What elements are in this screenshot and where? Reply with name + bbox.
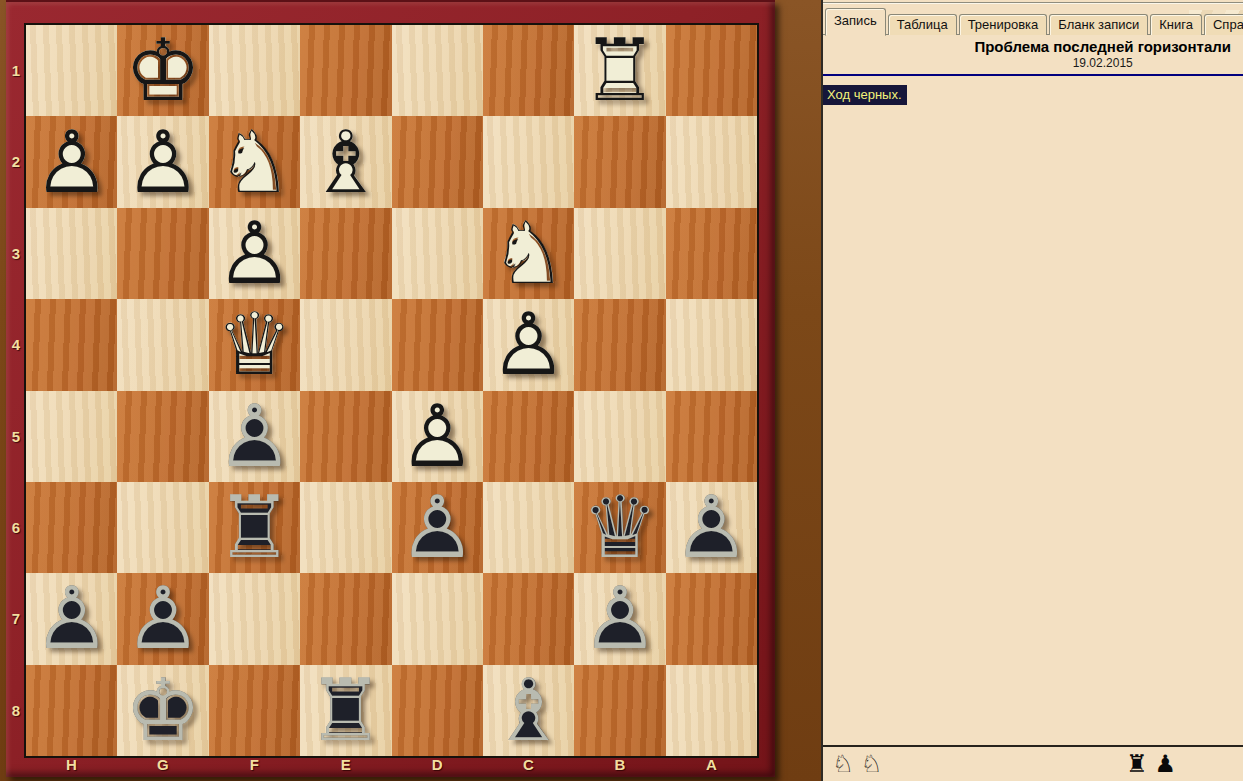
square-a2[interactable] (666, 116, 757, 207)
black-pawn[interactable]: ♟♙ (117, 573, 208, 664)
square-h6[interactable] (26, 482, 117, 573)
white-pawn[interactable]: ♟♙ (483, 299, 574, 390)
square-b7[interactable]: ♟♙ (574, 573, 665, 664)
square-e8[interactable]: ♜♖ (300, 665, 391, 756)
square-f7[interactable] (209, 573, 300, 664)
square-b8[interactable] (574, 665, 665, 756)
square-f1[interactable] (209, 25, 300, 116)
square-a6[interactable]: ♟♙ (666, 482, 757, 573)
square-d2[interactable] (392, 116, 483, 207)
white-rook[interactable]: ♜♖ (574, 25, 665, 116)
square-g2[interactable]: ♟♙ (117, 116, 208, 207)
tab-strip: ЗаписьТаблицаТренировкаБланк записиКнига… (823, 4, 1243, 35)
square-c5[interactable] (483, 391, 574, 482)
square-g6[interactable] (117, 482, 208, 573)
white-queen[interactable]: ♛♕ (209, 299, 300, 390)
game-header: Проблема последней горизонтали 19.02.201… (974, 38, 1231, 70)
square-f2[interactable]: ♞♘ (209, 116, 300, 207)
file-label-g: G (117, 754, 208, 775)
square-f6[interactable]: ♜♖ (209, 482, 300, 573)
square-h2[interactable]: ♟♙ (26, 116, 117, 207)
white-knight-icon: ♘ (861, 750, 883, 778)
file-label-a: A (666, 754, 757, 775)
notation-panel: ЗаписьТаблицаТренировкаБланк записиКнига… (821, 0, 1243, 781)
white-bishop[interactable]: ♝♗ (300, 116, 391, 207)
black-king[interactable]: ♚♔ (117, 665, 208, 756)
rank-label-4: 4 (6, 299, 26, 390)
square-e4[interactable] (300, 299, 391, 390)
white-king[interactable]: ♚♔ (117, 25, 208, 116)
tab-тренировка[interactable]: Тренировка (959, 14, 1048, 35)
rank-label-3: 3 (6, 208, 26, 299)
square-c8[interactable]: ♝♗ (483, 665, 574, 756)
tab-справочная[interactable]: Справочная (1204, 14, 1243, 35)
square-d8[interactable] (392, 665, 483, 756)
square-h8[interactable] (26, 665, 117, 756)
square-b4[interactable] (574, 299, 665, 390)
square-e6[interactable] (300, 482, 391, 573)
rank-label-6: 6 (6, 482, 26, 573)
rank-label-1: 1 (6, 25, 26, 116)
square-e5[interactable] (300, 391, 391, 482)
square-f8[interactable] (209, 665, 300, 756)
square-g4[interactable] (117, 299, 208, 390)
square-d7[interactable] (392, 573, 483, 664)
square-c7[interactable] (483, 573, 574, 664)
black-rook-icon: ♜ (1126, 750, 1148, 778)
white-knight[interactable]: ♞♘ (483, 208, 574, 299)
white-pawn[interactable]: ♟♙ (26, 116, 117, 207)
white-pawn[interactable]: ♟♙ (392, 391, 483, 482)
square-a5[interactable] (666, 391, 757, 482)
square-a4[interactable] (666, 299, 757, 390)
black-pawn[interactable]: ♟♙ (209, 391, 300, 482)
square-e1[interactable] (300, 25, 391, 116)
black-queen[interactable]: ♛♕ (574, 482, 665, 573)
rank-label-8: 8 (6, 665, 26, 756)
square-g5[interactable] (117, 391, 208, 482)
rank-label-5: 5 (6, 391, 26, 482)
white-knight[interactable]: ♞♘ (209, 116, 300, 207)
file-label-c: C (483, 754, 574, 775)
square-b3[interactable] (574, 208, 665, 299)
square-b6[interactable]: ♛♕ (574, 482, 665, 573)
square-e7[interactable] (300, 573, 391, 664)
square-c3[interactable]: ♞♘ (483, 208, 574, 299)
square-d6[interactable]: ♟♙ (392, 482, 483, 573)
file-label-f: F (209, 754, 300, 775)
square-b2[interactable] (574, 116, 665, 207)
square-d1[interactable] (392, 25, 483, 116)
square-c1[interactable] (483, 25, 574, 116)
tab-книга[interactable]: Книга (1150, 14, 1202, 35)
white-pawn[interactable]: ♟♙ (117, 116, 208, 207)
chess-board[interactable]: ♚♔♜♖♟♙♟♙♞♘♝♗♟♙♞♘♛♕♟♙♟♙♟♙♜♖♟♙♛♕♟♙♟♙♟♙♟♙♚♔… (26, 25, 757, 756)
square-c6[interactable] (483, 482, 574, 573)
board-area: ♚♔♜♖♟♙♟♙♞♘♝♗♟♙♞♘♛♕♟♙♟♙♟♙♜♖♟♙♛♕♟♙♟♙♟♙♟♙♚♔… (0, 0, 822, 781)
black-pawn-icon: ♟ (1155, 750, 1177, 778)
tab-бланк-записи[interactable]: Бланк записи (1049, 14, 1148, 35)
square-h3[interactable] (26, 208, 117, 299)
black-pawn[interactable]: ♟♙ (574, 573, 665, 664)
puzzle-title: Проблема последней горизонтали (974, 38, 1231, 55)
square-d3[interactable] (392, 208, 483, 299)
rank-label-7: 7 (6, 573, 26, 664)
white-knight-icon: ♘ (832, 750, 854, 778)
square-h4[interactable] (26, 299, 117, 390)
square-a8[interactable] (666, 665, 757, 756)
black-rook[interactable]: ♜♖ (300, 665, 391, 756)
square-d5[interactable]: ♟♙ (392, 391, 483, 482)
black-pawn[interactable]: ♟♙ (392, 482, 483, 573)
file-label-h: H (26, 754, 117, 775)
square-a1[interactable] (666, 25, 757, 116)
square-b1[interactable]: ♜♖ (574, 25, 665, 116)
square-f4[interactable]: ♛♕ (209, 299, 300, 390)
square-h5[interactable] (26, 391, 117, 482)
square-d4[interactable] (392, 299, 483, 390)
square-b5[interactable] (574, 391, 665, 482)
file-label-e: E (300, 754, 391, 775)
square-f5[interactable]: ♟♙ (209, 391, 300, 482)
black-pawn[interactable]: ♟♙ (666, 482, 757, 573)
file-label-d: D (392, 754, 483, 775)
header-separator (823, 74, 1243, 76)
square-a7[interactable] (666, 573, 757, 664)
black-pawn[interactable]: ♟♙ (26, 573, 117, 664)
material-balance-strip: ♘♘ ♜♟ (823, 745, 1243, 781)
puzzle-date: 19.02.2015 (974, 56, 1231, 70)
square-g8[interactable]: ♚♔ (117, 665, 208, 756)
square-g7[interactable]: ♟♙ (117, 573, 208, 664)
square-a3[interactable] (666, 208, 757, 299)
tab-таблица[interactable]: Таблица (888, 14, 957, 35)
square-h7[interactable]: ♟♙ (26, 573, 117, 664)
square-e3[interactable] (300, 208, 391, 299)
file-label-b: B (574, 754, 665, 775)
black-material-icons: ♜♟ (1126, 750, 1176, 778)
square-c2[interactable] (483, 116, 574, 207)
tab-запись[interactable]: Запись (825, 8, 886, 36)
square-g1[interactable]: ♚♔ (117, 25, 208, 116)
rank-label-2: 2 (6, 116, 26, 207)
square-e2[interactable]: ♝♗ (300, 116, 391, 207)
square-h1[interactable] (26, 25, 117, 116)
black-rook[interactable]: ♜♖ (209, 482, 300, 573)
white-pawn[interactable]: ♟♙ (209, 208, 300, 299)
black-bishop[interactable]: ♝♗ (483, 665, 574, 756)
square-f3[interactable]: ♟♙ (209, 208, 300, 299)
white-material-icons: ♘♘ (832, 750, 882, 778)
square-c4[interactable]: ♟♙ (483, 299, 574, 390)
square-g3[interactable] (117, 208, 208, 299)
move-indicator: Ход черных. (823, 85, 907, 105)
